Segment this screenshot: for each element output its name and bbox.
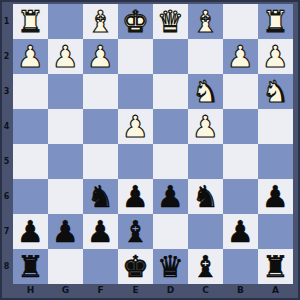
- piece-white-pawn-icon: ♟: [17, 39, 44, 74]
- rank-label-8: 8: [0, 249, 13, 284]
- square-e2[interactable]: [118, 39, 153, 74]
- square-b4[interactable]: [223, 109, 258, 144]
- square-e6[interactable]: ♟: [118, 179, 153, 214]
- square-d8[interactable]: ♛: [153, 249, 188, 284]
- square-e5[interactable]: [118, 144, 153, 179]
- piece-black-knight-icon: ♞: [87, 179, 114, 214]
- square-d4[interactable]: [153, 109, 188, 144]
- square-e3[interactable]: [118, 74, 153, 109]
- square-f7[interactable]: ♟: [83, 214, 118, 249]
- piece-white-pawn-icon: ♟: [87, 39, 114, 74]
- square-h1[interactable]: ♜: [13, 4, 48, 39]
- rank-label-4: 4: [0, 109, 13, 144]
- square-d7[interactable]: [153, 214, 188, 249]
- rank-labels-column: 12345678: [0, 4, 13, 284]
- piece-black-pawn-icon: ♟: [52, 214, 79, 249]
- piece-white-knight-icon: ♞: [262, 74, 289, 109]
- square-c3[interactable]: ♞: [188, 74, 223, 109]
- square-a8[interactable]: ♜: [258, 249, 293, 284]
- square-a5[interactable]: [258, 144, 293, 179]
- square-g6[interactable]: [48, 179, 83, 214]
- file-label-h: H: [13, 284, 48, 300]
- square-a2[interactable]: ♟: [258, 39, 293, 74]
- piece-black-knight-icon: ♞: [192, 179, 219, 214]
- square-f1[interactable]: ♝: [83, 4, 118, 39]
- square-b5[interactable]: [223, 144, 258, 179]
- file-label-d: D: [153, 284, 188, 300]
- square-g5[interactable]: [48, 144, 83, 179]
- piece-white-queen-icon: ♛: [157, 4, 184, 39]
- square-b2[interactable]: ♟: [223, 39, 258, 74]
- square-f6[interactable]: ♞: [83, 179, 118, 214]
- square-a3[interactable]: ♞: [258, 74, 293, 109]
- piece-black-pawn-icon: ♟: [87, 214, 114, 249]
- square-d1[interactable]: ♛: [153, 4, 188, 39]
- square-b6[interactable]: [223, 179, 258, 214]
- square-g8[interactable]: [48, 249, 83, 284]
- piece-black-bishop-icon: ♝: [192, 249, 219, 284]
- piece-black-king-icon: ♚: [122, 249, 149, 284]
- square-h4[interactable]: [13, 109, 48, 144]
- square-f8[interactable]: [83, 249, 118, 284]
- square-d6[interactable]: ♟: [153, 179, 188, 214]
- square-a1[interactable]: ♜: [258, 4, 293, 39]
- file-labels-row: HGFEDCBA: [13, 284, 293, 300]
- square-e4[interactable]: ♟: [118, 109, 153, 144]
- square-c8[interactable]: ♝: [188, 249, 223, 284]
- piece-white-pawn-icon: ♟: [227, 39, 254, 74]
- square-d3[interactable]: [153, 74, 188, 109]
- square-b7[interactable]: ♟: [223, 214, 258, 249]
- piece-black-rook-icon: ♜: [17, 249, 44, 284]
- piece-white-rook-icon: ♜: [17, 4, 44, 39]
- piece-white-pawn-icon: ♟: [192, 109, 219, 144]
- piece-white-pawn-icon: ♟: [262, 39, 289, 74]
- piece-white-knight-icon: ♞: [192, 74, 219, 109]
- file-label-f: F: [83, 284, 118, 300]
- square-b8[interactable]: [223, 249, 258, 284]
- piece-black-queen-icon: ♛: [157, 249, 184, 284]
- rank-label-6: 6: [0, 179, 13, 214]
- chess-board: ♜♝♚♛♝♜♟♟♟♟♟♞♞♟♟♞♟♟♞♟♟♟♟♝♟♜♚♛♝♜: [13, 4, 293, 284]
- piece-black-rook-icon: ♜: [262, 249, 289, 284]
- square-g3[interactable]: [48, 74, 83, 109]
- square-f5[interactable]: [83, 144, 118, 179]
- square-c7[interactable]: [188, 214, 223, 249]
- piece-black-bishop-icon: ♝: [122, 214, 149, 249]
- square-c6[interactable]: ♞: [188, 179, 223, 214]
- file-label-a: A: [258, 284, 293, 300]
- square-a4[interactable]: [258, 109, 293, 144]
- piece-white-rook-icon: ♜: [262, 4, 289, 39]
- square-h5[interactable]: [13, 144, 48, 179]
- square-g7[interactable]: ♟: [48, 214, 83, 249]
- square-a6[interactable]: ♟: [258, 179, 293, 214]
- piece-black-pawn-icon: ♟: [17, 214, 44, 249]
- square-f4[interactable]: [83, 109, 118, 144]
- square-f3[interactable]: [83, 74, 118, 109]
- rank-label-1: 1: [0, 4, 13, 39]
- piece-white-pawn-icon: ♟: [122, 109, 149, 144]
- square-d5[interactable]: [153, 144, 188, 179]
- square-e8[interactable]: ♚: [118, 249, 153, 284]
- square-c5[interactable]: [188, 144, 223, 179]
- piece-white-king-icon: ♚: [122, 4, 149, 39]
- file-label-e: E: [118, 284, 153, 300]
- piece-white-bishop-icon: ♝: [192, 4, 219, 39]
- square-d2[interactable]: [153, 39, 188, 74]
- rank-label-5: 5: [0, 144, 13, 179]
- rank-label-7: 7: [0, 214, 13, 249]
- square-h7[interactable]: ♟: [13, 214, 48, 249]
- file-label-c: C: [188, 284, 223, 300]
- square-c2[interactable]: [188, 39, 223, 74]
- square-e7[interactable]: ♝: [118, 214, 153, 249]
- square-e1[interactable]: ♚: [118, 4, 153, 39]
- square-h8[interactable]: ♜: [13, 249, 48, 284]
- piece-white-pawn-icon: ♟: [52, 39, 79, 74]
- piece-black-pawn-icon: ♟: [262, 179, 289, 214]
- square-h6[interactable]: [13, 179, 48, 214]
- piece-black-pawn-icon: ♟: [157, 179, 184, 214]
- rank-label-3: 3: [0, 74, 13, 109]
- chess-board-frame: 12345678 ♜♝♚♛♝♜♟♟♟♟♟♞♞♟♟♞♟♟♞♟♟♟♟♝♟♜♚♛♝♜ …: [0, 0, 300, 300]
- piece-black-pawn-icon: ♟: [227, 214, 254, 249]
- square-g2[interactable]: ♟: [48, 39, 83, 74]
- square-g4[interactable]: [48, 109, 83, 144]
- piece-black-pawn-icon: ♟: [122, 179, 149, 214]
- file-label-g: G: [48, 284, 83, 300]
- square-b1[interactable]: [223, 4, 258, 39]
- square-c4[interactable]: ♟: [188, 109, 223, 144]
- square-h3[interactable]: [13, 74, 48, 109]
- square-h2[interactable]: ♟: [13, 39, 48, 74]
- square-b3[interactable]: [223, 74, 258, 109]
- piece-white-bishop-icon: ♝: [87, 4, 114, 39]
- rank-label-2: 2: [0, 39, 13, 74]
- square-f2[interactable]: ♟: [83, 39, 118, 74]
- file-label-b: B: [223, 284, 258, 300]
- square-c1[interactable]: ♝: [188, 4, 223, 39]
- square-g1[interactable]: [48, 4, 83, 39]
- square-a7[interactable]: [258, 214, 293, 249]
